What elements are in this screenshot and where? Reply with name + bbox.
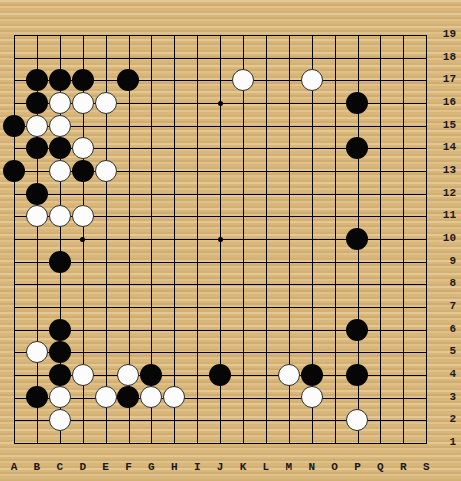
white-stone-B5[interactable] — [26, 341, 48, 363]
stones-grid[interactable] — [3, 24, 438, 454]
black-stone-C14[interactable] — [49, 137, 71, 159]
black-stone-B17[interactable] — [26, 69, 48, 91]
white-stone-N17[interactable] — [301, 69, 323, 91]
col-label-D: D — [74, 461, 92, 473]
black-stone-A15[interactable] — [3, 115, 25, 137]
black-stone-B14[interactable] — [26, 137, 48, 159]
black-stone-A13[interactable] — [3, 160, 25, 182]
black-stone-B16[interactable] — [26, 92, 48, 114]
black-stone-C5[interactable] — [49, 341, 71, 363]
black-stone-C6[interactable] — [49, 319, 71, 341]
black-stone-C4[interactable] — [49, 364, 71, 386]
white-stone-D14[interactable] — [72, 137, 94, 159]
go-board: ABCDEFGHIJKLMNOPQRS191817161514131211109… — [0, 0, 461, 481]
white-stone-C11[interactable] — [49, 205, 71, 227]
black-stone-F17[interactable] — [117, 69, 139, 91]
black-stone-B3[interactable] — [26, 386, 48, 408]
white-stone-C15[interactable] — [49, 115, 71, 137]
white-stone-F4[interactable] — [117, 364, 139, 386]
black-stone-B12[interactable] — [26, 183, 48, 205]
col-label-Q: Q — [371, 461, 389, 473]
black-stone-P10[interactable] — [346, 228, 368, 250]
white-stone-C3[interactable] — [49, 386, 71, 408]
white-stone-D4[interactable] — [72, 364, 94, 386]
black-stone-P6[interactable] — [346, 319, 368, 341]
col-label-F: F — [120, 461, 138, 473]
white-stone-N3[interactable] — [301, 386, 323, 408]
white-stone-D11[interactable] — [72, 205, 94, 227]
col-label-E: E — [97, 461, 115, 473]
col-label-O: O — [326, 461, 344, 473]
black-stone-F3[interactable] — [117, 386, 139, 408]
col-label-G: G — [142, 461, 160, 473]
col-label-B: B — [28, 461, 46, 473]
col-label-J: J — [211, 461, 229, 473]
col-label-L: L — [257, 461, 275, 473]
black-stone-C9[interactable] — [49, 251, 71, 273]
black-stone-D17[interactable] — [72, 69, 94, 91]
white-stone-D16[interactable] — [72, 92, 94, 114]
black-stone-G4[interactable] — [140, 364, 162, 386]
col-label-M: M — [280, 461, 298, 473]
black-stone-D13[interactable] — [72, 160, 94, 182]
col-label-A: A — [5, 461, 23, 473]
black-stone-P4[interactable] — [346, 364, 368, 386]
col-label-P: P — [349, 461, 367, 473]
col-label-H: H — [165, 461, 183, 473]
white-stone-P2[interactable] — [346, 409, 368, 431]
black-stone-P16[interactable] — [346, 92, 368, 114]
black-stone-P14[interactable] — [346, 137, 368, 159]
black-stone-N4[interactable] — [301, 364, 323, 386]
white-stone-E16[interactable] — [95, 92, 117, 114]
white-stone-E3[interactable] — [95, 386, 117, 408]
white-stone-C13[interactable] — [49, 160, 71, 182]
white-stone-C16[interactable] — [49, 92, 71, 114]
white-stone-H3[interactable] — [163, 386, 185, 408]
col-label-K: K — [234, 461, 252, 473]
white-stone-G3[interactable] — [140, 386, 162, 408]
white-stone-B11[interactable] — [26, 205, 48, 227]
col-label-R: R — [394, 461, 412, 473]
black-stone-C17[interactable] — [49, 69, 71, 91]
col-label-C: C — [51, 461, 69, 473]
col-label-I: I — [188, 461, 206, 473]
col-label-N: N — [303, 461, 321, 473]
white-stone-M4[interactable] — [278, 364, 300, 386]
white-stone-E13[interactable] — [95, 160, 117, 182]
white-stone-K17[interactable] — [232, 69, 254, 91]
black-stone-J4[interactable] — [209, 364, 231, 386]
white-stone-B15[interactable] — [26, 115, 48, 137]
white-stone-C2[interactable] — [49, 409, 71, 431]
col-label-S: S — [417, 461, 435, 473]
